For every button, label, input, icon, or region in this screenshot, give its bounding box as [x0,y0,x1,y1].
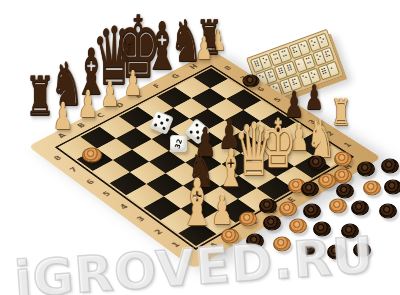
coord-label-rank-5-left: 5 [101,190,113,198]
checker-dark [308,156,326,171]
checker-light [363,181,381,196]
checker-dark [384,180,400,195]
die-pip [160,121,164,125]
piece-light-bishop: ♝ [179,171,215,235]
checker-light [334,169,352,184]
die-pip [162,126,166,130]
coord-label-rank-6-left: 6 [85,178,96,185]
product-photo-scene: ⠿⠕⠭⠭⠯⠑⠕⠕⠑⠯⠿⠿⠂⠭⠕⠯⠭⠑⠯⠯⠑⠕⠿⠂ AABBCCDDEEFFGGH… [0,0,400,295]
checker-light [318,174,336,189]
coord-label-rank-3-left: 3 [135,215,147,223]
piece-light-pawn: ♟ [124,67,142,100]
checker-light [329,199,347,214]
checker-light [289,219,307,234]
checker-light [273,237,291,252]
checker-light-on-board [82,148,102,163]
checker-light [221,229,239,244]
checker-dark [303,204,321,219]
piece-light-pawn: ♟ [53,99,73,135]
checker-dark [301,241,319,256]
coord-label-rank-1-left: 1 [170,241,182,249]
coord-label-rank-8-right: 8 [222,65,233,71]
checker-dark-on-board [243,75,260,88]
checker-light [334,152,352,167]
checker-dark [246,234,264,249]
checker-dark [341,224,359,239]
checker-dark [351,201,369,216]
coord-label-rank-6-right: 6 [255,86,266,93]
die-pip [165,118,169,122]
coord-label-rank-7-left: 7 [68,166,79,173]
coord-label-file-a-bottom: A [208,241,221,249]
die-pip [154,123,158,127]
coord-label-rank-2-left: 2 [152,228,164,236]
piece-light-pawn: ♟ [101,77,120,111]
checker-dark [313,222,331,237]
coord-label-rank-1-right: 1 [342,141,353,148]
checker-light [279,202,297,217]
doubling-cube: 32 [170,135,187,152]
checker-light [239,212,257,227]
checker-dark [381,159,399,174]
piece-dark-rook: ♜ [25,70,55,124]
coord-label-rank-8-left: 8 [52,154,63,161]
checker-dark [379,204,397,219]
checker-dark [259,199,277,214]
die-pip [157,115,161,119]
checker-dark [327,245,345,260]
doubling-cube-value: 32 [173,138,184,150]
checker-dark [336,184,354,199]
checker-dark [353,243,371,258]
coord-label-rank-5-right: 5 [272,97,283,104]
piece-light-pawn: ♟ [78,87,98,123]
checker-dark [357,162,375,177]
checker-dark [263,216,281,231]
coord-label-rank-4-left: 4 [118,203,130,211]
checker-dark [301,182,319,197]
